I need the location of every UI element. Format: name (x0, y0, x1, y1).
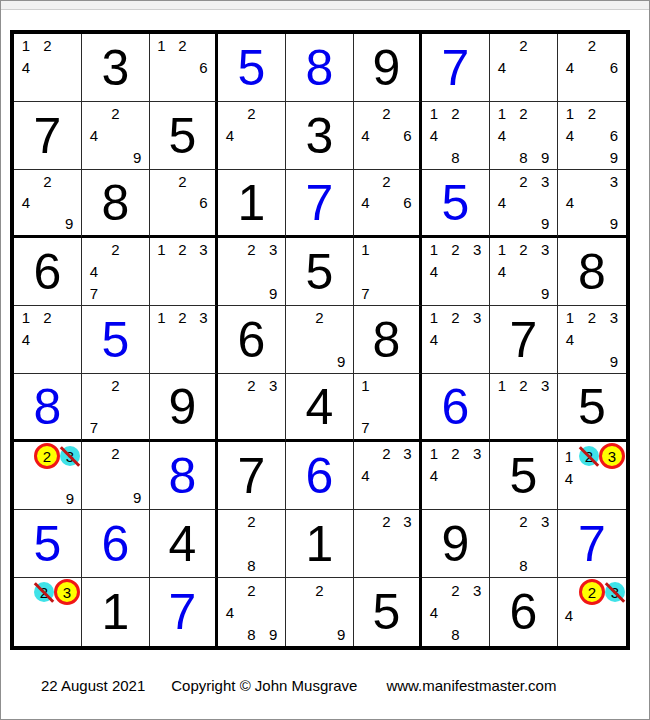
candidate-1: 1 (491, 375, 513, 396)
candidate-2: 2 (241, 239, 263, 261)
cell-r2c3[interactable]: 5 (150, 102, 218, 170)
cell-r1c4[interactable]: 5 (218, 34, 286, 102)
candidate-8: 8 (445, 623, 467, 645)
candidate-grid: 12489 (491, 103, 556, 168)
candidate-3: 3 (603, 171, 625, 192)
candidate-2: 2 (241, 511, 263, 533)
cell-r2c7[interactable]: 1248 (422, 102, 490, 170)
candidate-grid: 247 (83, 239, 148, 304)
candidate-grid: 1234 (423, 443, 488, 508)
candidate-3: 3 (605, 579, 625, 605)
candidate-2: 2 (105, 103, 127, 125)
highlight-eliminated-candidate: 3 (60, 446, 80, 466)
candidate-grid: 29 (287, 307, 352, 372)
candidate-3: 3 (466, 579, 488, 601)
candidate-2: 2 (581, 307, 603, 329)
candidate-grid: 124 (15, 35, 80, 100)
cell-r1c9[interactable]: 246 (558, 34, 626, 102)
given-digit: 5 (306, 247, 334, 297)
candidate-4: 4 (15, 57, 37, 79)
candidate-2: 2 (581, 35, 603, 57)
candidate-6: 6 (397, 192, 418, 213)
candidate-3: 3 (603, 307, 625, 329)
candidate-4: 4 (83, 261, 105, 283)
cell-r1c3[interactable]: 126 (150, 34, 218, 102)
footer-date: 22 August 2021 (41, 677, 145, 694)
candidate-4: 4 (219, 125, 241, 147)
candidate-4: 4 (559, 329, 581, 351)
candidate-grid: 17 (355, 239, 418, 304)
candidate-3: 3 (466, 307, 488, 329)
candidate-9: 9 (603, 146, 625, 168)
cell-r3c8[interactable]: 2349 (490, 170, 558, 238)
cell-r6c3[interactable]: 9 (150, 374, 218, 442)
candidate-3: 3 (534, 375, 556, 396)
candidate-4: 4 (423, 125, 445, 147)
solved-digit: 5 (442, 178, 470, 228)
cell-r7c1[interactable]: 239 (14, 442, 82, 510)
candidate-8: 8 (241, 623, 263, 645)
candidate-3: 3 (534, 511, 556, 533)
cell-r3c6[interactable]: 246 (354, 170, 422, 238)
cell-r5c1[interactable]: 124 (14, 306, 82, 374)
candidate-grid: 29 (83, 443, 148, 508)
candidate-2: 2 (172, 307, 193, 329)
candidate-grid: 26 (151, 171, 214, 234)
cell-r8c9[interactable]: 7 (558, 510, 626, 578)
cell-r1c1[interactable]: 124 (14, 34, 82, 102)
cell-r1c8[interactable]: 24 (490, 34, 558, 102)
solved-digit: 7 (578, 519, 606, 569)
cell-r7c8[interactable]: 5 (490, 442, 558, 510)
cell-r9c5[interactable]: 29 (286, 578, 354, 646)
candidate-2: 2 (105, 375, 127, 396)
footer-website: www.manifestmaster.com (386, 677, 556, 694)
given-digit: 6 (34, 247, 62, 297)
cell-r5c9[interactable]: 12349 (558, 306, 626, 374)
candidate-9: 9 (330, 350, 352, 372)
candidate-2: 2 (513, 375, 535, 396)
cell-r2c8[interactable]: 12489 (490, 102, 558, 170)
cell-r4c4[interactable]: 239 (218, 238, 286, 306)
candidate-1: 1 (491, 239, 513, 261)
solved-digit: 5 (34, 519, 62, 569)
candidate-grid: 123 (151, 239, 214, 304)
sudoku-board: 1243126589724246724952432461248124891246… (10, 30, 630, 650)
cell-r6c4[interactable]: 23 (218, 374, 286, 442)
candidate-4: 4 (491, 261, 513, 283)
candidate-9: 9 (58, 213, 80, 234)
solved-digit: 8 (306, 43, 334, 93)
candidate-8: 8 (513, 146, 535, 168)
cell-r6c9[interactable]: 5 (558, 374, 626, 442)
candidate-grid: 238 (491, 511, 556, 576)
highlight-eliminated-candidate: 3 (605, 582, 625, 602)
candidate-3: 3 (54, 579, 80, 605)
candidate-grid: 126 (151, 35, 214, 100)
cell-r3c4[interactable]: 1 (218, 170, 286, 238)
cell-r3c9[interactable]: 349 (558, 170, 626, 238)
candidate-4: 4 (423, 465, 445, 487)
cell-r4c8[interactable]: 12349 (490, 238, 558, 306)
candidate-1: 1 (491, 103, 513, 125)
cell-r9c1[interactable]: 23 (14, 578, 82, 646)
candidate-grid: 249 (15, 171, 80, 234)
cell-r1c7[interactable]: 7 (422, 34, 490, 102)
highlight-kept-candidate: 3 (599, 443, 625, 469)
cell-r1c2[interactable]: 3 (82, 34, 150, 102)
candidate-6: 6 (603, 57, 625, 79)
candidate-3: 3 (466, 443, 488, 465)
candidate-9: 9 (603, 213, 625, 234)
candidate-4: 4 (491, 125, 513, 147)
candidate-grid: 123 (491, 375, 556, 438)
candidate-2: 2 (241, 103, 263, 125)
candidate-2: 2 (513, 35, 535, 57)
window-top-strip (1, 1, 649, 10)
candidate-2: 2 (376, 171, 397, 192)
candidate-9: 9 (534, 213, 556, 234)
candidate-2: 2 (513, 239, 535, 261)
candidate-grid: 12469 (559, 103, 625, 168)
candidate-2: 2 (445, 103, 467, 125)
solved-digit: 8 (34, 382, 62, 432)
candidate-grid: 349 (559, 171, 625, 234)
candidate-4: 4 (219, 601, 241, 623)
candidate-3: 3 (466, 239, 488, 261)
cell-r2c2[interactable]: 249 (82, 102, 150, 170)
given-digit: 9 (442, 519, 470, 569)
candidate-3: 3 (262, 239, 284, 261)
candidate-3: 3 (397, 511, 418, 533)
candidate-4: 4 (491, 192, 513, 213)
candidate-2: 2 (445, 443, 467, 465)
cell-r8c3[interactable]: 4 (150, 510, 218, 578)
cell-r8c8[interactable]: 238 (490, 510, 558, 578)
solved-digit: 6 (102, 519, 130, 569)
candidate-4: 4 (355, 125, 376, 147)
given-digit: 7 (510, 315, 538, 365)
candidate-grid: 23 (15, 579, 80, 645)
given-digit: 8 (578, 247, 606, 297)
cell-r8c4[interactable]: 28 (218, 510, 286, 578)
candidate-6: 6 (397, 125, 418, 147)
cell-r9c9[interactable]: 234 (558, 578, 626, 646)
cell-r4c5[interactable]: 5 (286, 238, 354, 306)
highlight-eliminated-candidate: 2 (579, 446, 599, 466)
highlight-eliminated-candidate: 2 (34, 582, 54, 602)
candidate-4: 4 (15, 329, 37, 351)
cell-r9c7[interactable]: 2348 (422, 578, 490, 646)
candidate-6: 6 (603, 125, 625, 147)
candidate-1: 1 (423, 443, 445, 465)
candidate-grid: 239 (219, 239, 284, 304)
cell-r8c6[interactable]: 23 (354, 510, 422, 578)
cell-r6c8[interactable]: 123 (490, 374, 558, 442)
candidate-9: 9 (534, 146, 556, 168)
candidate-2: 2 (376, 511, 397, 533)
highlight-kept-candidate: 3 (54, 579, 80, 605)
candidate-grid: 124 (15, 307, 80, 372)
cell-r3c5[interactable]: 7 (286, 170, 354, 238)
candidate-9: 9 (534, 282, 556, 304)
footer: 22 August 2021Copyright © John Musgravew… (41, 677, 556, 694)
cell-r9c4[interactable]: 2489 (218, 578, 286, 646)
cell-r1c6[interactable]: 9 (354, 34, 422, 102)
candidate-grid: 24 (491, 35, 556, 100)
cell-r7c9[interactable]: 1234 (558, 442, 626, 510)
candidate-grid: 24 (219, 103, 284, 168)
cell-r4c7[interactable]: 1234 (422, 238, 490, 306)
cell-r5c4[interactable]: 6 (218, 306, 286, 374)
cell-r5c8[interactable]: 7 (490, 306, 558, 374)
cell-r6c7[interactable]: 6 (422, 374, 490, 442)
given-digit: 6 (510, 587, 538, 637)
candidate-3: 3 (193, 239, 214, 261)
cell-r7c3[interactable]: 8 (150, 442, 218, 510)
cell-r2c4[interactable]: 24 (218, 102, 286, 170)
candidate-2: 2 (37, 171, 59, 192)
candidate-grid: 1234 (559, 443, 625, 508)
candidate-1: 1 (151, 307, 172, 329)
candidate-9: 9 (262, 623, 284, 645)
candidate-4: 4 (559, 605, 579, 625)
given-digit: 6 (238, 315, 266, 365)
candidate-grid: 23 (355, 511, 418, 576)
cell-r5c6[interactable]: 8 (354, 306, 422, 374)
cell-r8c7[interactable]: 9 (422, 510, 490, 578)
solved-digit: 5 (102, 315, 130, 365)
candidate-grid: 17 (355, 375, 418, 438)
cell-r4c6[interactable]: 17 (354, 238, 422, 306)
candidate-3: 3 (599, 443, 625, 469)
candidate-2: 2 (309, 307, 331, 329)
candidate-grid: 2349 (491, 171, 556, 234)
cell-r5c7[interactable]: 1234 (422, 306, 490, 374)
candidate-2: 2 (445, 579, 467, 601)
candidate-grid: 234 (559, 579, 625, 645)
given-digit: 1 (102, 587, 130, 637)
candidate-2: 2 (579, 443, 599, 469)
given-digit: 9 (373, 43, 401, 93)
cell-r1c5[interactable]: 8 (286, 34, 354, 102)
candidate-7: 7 (83, 417, 105, 438)
cell-r2c9[interactable]: 12469 (558, 102, 626, 170)
candidate-3: 3 (534, 171, 556, 192)
candidate-grid: 27 (83, 375, 148, 438)
candidate-grid: 28 (219, 511, 284, 576)
given-digit: 7 (238, 451, 266, 501)
cell-r9c8[interactable]: 6 (490, 578, 558, 646)
candidate-1: 1 (423, 239, 445, 261)
candidate-1: 1 (355, 239, 376, 261)
cell-r2c1[interactable]: 7 (14, 102, 82, 170)
solved-digit: 5 (238, 43, 266, 93)
candidate-2: 2 (376, 443, 397, 465)
solved-digit: 6 (306, 451, 334, 501)
cell-r6c2[interactable]: 27 (82, 374, 150, 442)
candidate-9: 9 (126, 486, 148, 508)
candidate-9: 9 (262, 282, 284, 304)
solved-digit: 7 (169, 587, 197, 637)
candidate-3: 3 (397, 443, 418, 465)
candidate-4: 4 (423, 601, 445, 623)
cell-r9c3[interactable]: 7 (150, 578, 218, 646)
cell-r5c3[interactable]: 123 (150, 306, 218, 374)
candidate-1: 1 (15, 307, 37, 329)
candidate-grid: 23 (219, 375, 284, 438)
cell-r7c5[interactable]: 6 (286, 442, 354, 510)
cell-r5c2[interactable]: 5 (82, 306, 150, 374)
candidate-2: 2 (309, 579, 331, 601)
cell-r7c7[interactable]: 1234 (422, 442, 490, 510)
candidate-2: 2 (172, 239, 193, 261)
candidate-8: 8 (445, 146, 467, 168)
candidate-6: 6 (193, 57, 214, 79)
cell-r4c1[interactable]: 6 (14, 238, 82, 306)
candidate-7: 7 (355, 417, 376, 438)
cell-r2c6[interactable]: 246 (354, 102, 422, 170)
candidate-8: 8 (241, 554, 263, 576)
cell-r8c5[interactable]: 1 (286, 510, 354, 578)
cell-r7c6[interactable]: 234 (354, 442, 422, 510)
given-digit: 7 (34, 111, 62, 161)
candidate-9: 9 (60, 489, 80, 509)
given-digit: 1 (306, 519, 334, 569)
candidate-4: 4 (559, 125, 581, 147)
candidate-2: 2 (241, 579, 263, 601)
candidate-4: 4 (559, 57, 581, 79)
candidate-grid: 234 (355, 443, 418, 508)
candidate-grid: 12349 (491, 239, 556, 304)
candidate-grid: 1248 (423, 103, 488, 168)
solved-digit: 7 (442, 43, 470, 93)
given-digit: 5 (373, 587, 401, 637)
cell-r3c1[interactable]: 249 (14, 170, 82, 238)
candidate-8: 8 (513, 554, 535, 576)
candidate-grid: 2348 (423, 579, 488, 645)
cell-r6c5[interactable]: 4 (286, 374, 354, 442)
given-digit: 1 (238, 178, 266, 228)
candidate-4: 4 (423, 329, 445, 351)
candidate-1: 1 (423, 103, 445, 125)
cell-r7c2[interactable]: 29 (82, 442, 150, 510)
cell-r5c5[interactable]: 29 (286, 306, 354, 374)
highlight-kept-candidate: 2 (34, 443, 60, 469)
candidate-4: 4 (423, 261, 445, 283)
solved-digit: 7 (306, 178, 334, 228)
candidate-1: 1 (15, 35, 37, 57)
candidate-grid: 246 (355, 171, 418, 234)
candidate-4: 4 (559, 469, 579, 489)
candidate-9: 9 (603, 350, 625, 372)
candidate-grid: 2489 (219, 579, 284, 645)
cell-r8c1[interactable]: 5 (14, 510, 82, 578)
candidate-grid: 29 (287, 579, 352, 645)
cell-r6c6[interactable]: 17 (354, 374, 422, 442)
candidate-9: 9 (330, 623, 352, 645)
candidate-2: 2 (34, 443, 60, 469)
cell-r4c3[interactable]: 123 (150, 238, 218, 306)
candidate-3: 3 (193, 307, 214, 329)
cell-r2c5[interactable]: 3 (286, 102, 354, 170)
given-digit: 5 (510, 451, 538, 501)
candidate-1: 1 (151, 35, 172, 57)
candidate-2: 2 (376, 103, 397, 125)
candidate-6: 6 (193, 192, 214, 213)
given-digit: 5 (578, 382, 606, 432)
candidate-grid: 1234 (423, 239, 488, 304)
highlight-kept-candidate: 2 (579, 579, 605, 605)
candidate-2: 2 (37, 307, 59, 329)
candidate-2: 2 (513, 103, 535, 125)
given-digit: 5 (169, 111, 197, 161)
candidate-2: 2 (37, 35, 59, 57)
candidate-9: 9 (126, 146, 148, 168)
candidate-4: 4 (83, 125, 105, 147)
given-digit: 9 (169, 382, 197, 432)
cell-r9c6[interactable]: 5 (354, 578, 422, 646)
cell-r3c7[interactable]: 5 (422, 170, 490, 238)
solved-digit: 8 (169, 451, 197, 501)
cell-r6c1[interactable]: 8 (14, 374, 82, 442)
candidate-1: 1 (559, 103, 581, 125)
candidate-grid: 1234 (423, 307, 488, 372)
candidate-4: 4 (15, 192, 37, 213)
given-digit: 8 (373, 315, 401, 365)
candidate-3: 3 (262, 375, 284, 396)
given-digit: 4 (169, 519, 197, 569)
candidate-1: 1 (559, 307, 581, 329)
given-digit: 4 (306, 382, 334, 432)
cell-r4c9[interactable]: 8 (558, 238, 626, 306)
candidate-4: 4 (559, 192, 581, 213)
cell-r4c2[interactable]: 247 (82, 238, 150, 306)
candidate-grid: 246 (355, 103, 418, 168)
candidate-4: 4 (355, 465, 376, 487)
candidate-2: 2 (172, 35, 193, 57)
cell-r3c2[interactable]: 8 (82, 170, 150, 238)
candidate-7: 7 (355, 282, 376, 304)
candidate-grid: 246 (559, 35, 625, 100)
candidate-2: 2 (105, 443, 127, 465)
candidate-7: 7 (83, 282, 105, 304)
candidate-4: 4 (355, 192, 376, 213)
candidate-2: 2 (172, 171, 193, 192)
cell-r7c4[interactable]: 7 (218, 442, 286, 510)
candidate-1: 1 (423, 307, 445, 329)
candidate-2: 2 (445, 307, 467, 329)
candidate-2: 2 (581, 103, 603, 125)
given-digit: 8 (102, 178, 130, 228)
candidate-2: 2 (105, 239, 127, 261)
cell-r3c3[interactable]: 26 (150, 170, 218, 238)
candidate-2: 2 (34, 579, 54, 605)
cell-r9c2[interactable]: 1 (82, 578, 150, 646)
candidate-2: 2 (241, 375, 263, 396)
solved-digit: 6 (442, 382, 470, 432)
candidate-grid: 12349 (559, 307, 625, 372)
candidate-grid: 249 (83, 103, 148, 168)
given-digit: 3 (306, 111, 334, 161)
candidate-2: 2 (579, 579, 605, 605)
candidate-1: 1 (151, 239, 172, 261)
candidate-2: 2 (513, 171, 535, 192)
cell-r8c2[interactable]: 6 (82, 510, 150, 578)
candidate-1: 1 (355, 375, 376, 396)
candidate-2: 2 (513, 511, 535, 533)
candidate-grid: 123 (151, 307, 214, 372)
